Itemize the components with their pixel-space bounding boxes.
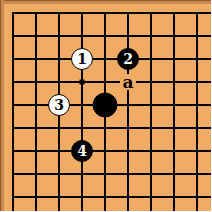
board-intersection bbox=[94, 71, 117, 94]
board-intersection bbox=[2, 140, 25, 163]
grid-line-vertical bbox=[12, 71, 14, 94]
board-intersection bbox=[48, 117, 71, 140]
grid-line-vertical bbox=[58, 140, 60, 163]
board-intersection bbox=[94, 140, 117, 163]
grid-line-vertical bbox=[127, 117, 129, 140]
black-stone-move-4: 4 bbox=[71, 140, 93, 162]
grid-line-horizontal bbox=[209, 81, 212, 83]
board-intersection bbox=[71, 186, 94, 209]
grid-line-vertical bbox=[12, 186, 14, 209]
board-intersection bbox=[94, 2, 117, 25]
board-intersection bbox=[140, 140, 163, 163]
grid-line-vertical bbox=[127, 25, 129, 48]
board-intersection bbox=[186, 71, 209, 94]
board-intersection bbox=[71, 94, 94, 117]
board-line-extension bbox=[25, 209, 48, 212]
grid-line-vertical bbox=[58, 12, 60, 25]
board-intersection bbox=[186, 163, 209, 186]
board-intersection bbox=[48, 2, 71, 25]
board-intersection bbox=[2, 94, 25, 117]
grid-line-vertical bbox=[35, 48, 37, 71]
board-line-extension bbox=[209, 25, 212, 48]
board-line-extension bbox=[209, 209, 212, 212]
grid-line-vertical bbox=[127, 12, 129, 25]
grid-line-vertical bbox=[81, 186, 83, 209]
board-intersection bbox=[186, 48, 209, 71]
grid-line-vertical bbox=[127, 163, 129, 186]
board-intersection bbox=[25, 186, 48, 209]
grid-line-vertical bbox=[12, 25, 14, 48]
grid-line-vertical bbox=[173, 48, 175, 71]
grid-line-vertical bbox=[150, 209, 152, 212]
grid-line-horizontal bbox=[209, 35, 212, 37]
grid-line-horizontal bbox=[209, 150, 212, 152]
board-line-extension bbox=[140, 209, 163, 212]
board-intersection bbox=[25, 117, 48, 140]
board-intersection bbox=[117, 25, 140, 48]
board-intersection bbox=[2, 25, 25, 48]
board-intersection bbox=[71, 163, 94, 186]
grid-line-vertical bbox=[150, 140, 152, 163]
grid-line-vertical bbox=[150, 163, 152, 186]
board-intersection bbox=[25, 2, 48, 25]
board-intersection bbox=[140, 25, 163, 48]
board-intersection bbox=[2, 71, 25, 94]
board-line-extension bbox=[209, 94, 212, 117]
board-intersection bbox=[186, 2, 209, 25]
grid-line-horizontal bbox=[209, 58, 212, 60]
board-intersection bbox=[25, 140, 48, 163]
grid-line-vertical bbox=[35, 140, 37, 163]
grid-line-vertical bbox=[12, 117, 14, 140]
board-intersection bbox=[48, 25, 71, 48]
board-intersection bbox=[140, 117, 163, 140]
board-intersection bbox=[163, 48, 186, 71]
grid-line-vertical bbox=[104, 140, 106, 163]
white-stone-move-3: 3 bbox=[48, 94, 70, 116]
grid-line-vertical bbox=[35, 94, 37, 117]
grid-line-vertical bbox=[35, 25, 37, 48]
stone-move-number: 1 bbox=[77, 52, 87, 66]
board-intersection bbox=[94, 186, 117, 209]
grid-line-horizontal bbox=[209, 173, 212, 175]
board-intersection bbox=[94, 48, 117, 71]
grid-line-horizontal bbox=[209, 196, 212, 198]
board-intersection bbox=[163, 71, 186, 94]
board-intersection bbox=[117, 117, 140, 140]
grid-line-vertical bbox=[81, 25, 83, 48]
board-line-extension bbox=[209, 140, 212, 163]
grid-line-vertical bbox=[58, 71, 60, 94]
grid-line-vertical bbox=[127, 140, 129, 163]
grid-line-vertical bbox=[81, 163, 83, 186]
grid-line-vertical bbox=[196, 48, 198, 71]
grid-line-vertical bbox=[150, 48, 152, 71]
grid-line-vertical bbox=[35, 186, 37, 209]
board-intersection bbox=[140, 163, 163, 186]
grid-line-vertical bbox=[196, 117, 198, 140]
board-intersection bbox=[48, 163, 71, 186]
grid-line-vertical bbox=[104, 25, 106, 48]
grid-line-vertical bbox=[196, 12, 198, 25]
grid-line-vertical bbox=[58, 163, 60, 186]
board-intersection bbox=[71, 117, 94, 140]
board-line-extension bbox=[186, 209, 209, 212]
grid-line-vertical bbox=[104, 117, 106, 140]
grid-line-vertical bbox=[173, 186, 175, 209]
black-stone-move-2: 2 bbox=[117, 48, 139, 70]
grid-line-vertical bbox=[58, 209, 60, 212]
black-stone-unmarked bbox=[93, 93, 118, 118]
grid-line-vertical bbox=[58, 48, 60, 71]
board-intersection bbox=[163, 2, 186, 25]
board-intersection bbox=[163, 163, 186, 186]
board-intersection bbox=[25, 71, 48, 94]
grid-line-vertical bbox=[12, 94, 14, 117]
board-intersection bbox=[140, 2, 163, 25]
board-intersection bbox=[186, 117, 209, 140]
grid-line-vertical bbox=[173, 117, 175, 140]
board-frame-top-band bbox=[0, 1, 211, 4]
board-line-extension bbox=[209, 186, 212, 209]
board-line-extension bbox=[209, 48, 212, 71]
board-intersection bbox=[117, 140, 140, 163]
stone-move-number: 3 bbox=[54, 98, 64, 112]
board-intersection bbox=[186, 94, 209, 117]
board-intersection bbox=[25, 25, 48, 48]
grid-line-vertical bbox=[81, 12, 83, 25]
grid-line-vertical bbox=[127, 209, 129, 212]
board-intersection bbox=[25, 48, 48, 71]
board-intersection bbox=[48, 48, 71, 71]
board-line-extension bbox=[2, 209, 25, 212]
board-intersection bbox=[2, 186, 25, 209]
board-line-extension bbox=[94, 209, 117, 212]
grid-line-vertical bbox=[35, 209, 37, 212]
grid-line-vertical bbox=[196, 94, 198, 117]
board-intersection bbox=[48, 186, 71, 209]
grid-line-vertical bbox=[12, 209, 14, 212]
grid-line-vertical bbox=[81, 117, 83, 140]
grid-line-vertical bbox=[104, 163, 106, 186]
grid-line-vertical bbox=[150, 117, 152, 140]
board-intersection bbox=[117, 163, 140, 186]
board-line-extension bbox=[48, 209, 71, 212]
grid-line-vertical bbox=[196, 71, 198, 94]
board-line-extension bbox=[163, 209, 186, 212]
grid-line-vertical bbox=[150, 186, 152, 209]
grid-line-vertical bbox=[58, 117, 60, 140]
grid-line-vertical bbox=[196, 209, 198, 212]
grid-line-vertical bbox=[150, 71, 152, 94]
board-intersection bbox=[25, 94, 48, 117]
board-line-extension bbox=[71, 209, 94, 212]
board-intersection bbox=[186, 140, 209, 163]
board-intersection bbox=[140, 186, 163, 209]
grid-line-vertical bbox=[35, 71, 37, 94]
board-intersection bbox=[163, 186, 186, 209]
board-intersection bbox=[163, 117, 186, 140]
grid-line-vertical bbox=[127, 186, 129, 209]
board-intersection bbox=[186, 186, 209, 209]
grid-line-horizontal bbox=[209, 127, 212, 129]
grid-line-vertical bbox=[12, 140, 14, 163]
board-intersection bbox=[163, 94, 186, 117]
grid-line-vertical bbox=[173, 140, 175, 163]
board-line-extension bbox=[209, 2, 212, 25]
grid-line-vertical bbox=[104, 186, 106, 209]
board-frame-left-band bbox=[1, 0, 4, 211]
board-intersection bbox=[25, 163, 48, 186]
grid-line-vertical bbox=[58, 25, 60, 48]
board-line-extension bbox=[117, 209, 140, 212]
board-line-extension bbox=[209, 71, 212, 94]
board-intersection bbox=[48, 140, 71, 163]
grid-line-vertical bbox=[81, 94, 83, 117]
grid-line-vertical bbox=[196, 25, 198, 48]
grid-line-vertical bbox=[12, 48, 14, 71]
grid-line-horizontal bbox=[209, 104, 212, 106]
board-intersection bbox=[117, 94, 140, 117]
grid-line-vertical bbox=[196, 186, 198, 209]
star-point-marker bbox=[80, 80, 85, 85]
grid-line-vertical bbox=[150, 25, 152, 48]
board-intersection bbox=[117, 2, 140, 25]
grid-line-horizontal bbox=[209, 12, 212, 14]
board-intersection bbox=[163, 140, 186, 163]
grid-line-vertical bbox=[12, 163, 14, 186]
grid-line-vertical bbox=[35, 12, 37, 25]
grid-line-vertical bbox=[104, 48, 106, 71]
grid-line-vertical bbox=[196, 140, 198, 163]
board-intersection bbox=[94, 117, 117, 140]
stone-move-number: 4 bbox=[77, 144, 87, 158]
board-line-extension bbox=[209, 163, 212, 186]
grid-line-vertical bbox=[35, 117, 37, 140]
grid-line-vertical bbox=[173, 12, 175, 25]
grid-line-vertical bbox=[104, 12, 106, 25]
go-diagram: a1234 bbox=[0, 0, 211, 211]
board-line-extension bbox=[209, 117, 212, 140]
board-intersection bbox=[2, 117, 25, 140]
grid-line-vertical bbox=[127, 94, 129, 117]
grid-line-vertical bbox=[104, 209, 106, 212]
grid-line-vertical bbox=[173, 94, 175, 117]
grid-line-vertical bbox=[173, 25, 175, 48]
grid-line-vertical bbox=[150, 94, 152, 117]
grid-line-vertical bbox=[35, 163, 37, 186]
board-intersection bbox=[117, 186, 140, 209]
board-intersection bbox=[2, 48, 25, 71]
grid-line-vertical bbox=[104, 71, 106, 94]
board-intersection bbox=[94, 25, 117, 48]
white-stone-move-1: 1 bbox=[71, 48, 93, 70]
grid-line-vertical bbox=[173, 71, 175, 94]
board-intersection bbox=[94, 163, 117, 186]
grid-line-vertical bbox=[196, 163, 198, 186]
grid-line-vertical bbox=[173, 209, 175, 212]
board-intersection bbox=[48, 71, 71, 94]
stone-move-number: 2 bbox=[123, 52, 133, 66]
board-intersection bbox=[163, 25, 186, 48]
grid-line-vertical bbox=[58, 186, 60, 209]
board-intersection bbox=[2, 2, 25, 25]
board-intersection bbox=[186, 25, 209, 48]
grid-line-vertical bbox=[12, 12, 14, 25]
board-intersection bbox=[71, 25, 94, 48]
grid-line-vertical bbox=[150, 12, 152, 25]
board-intersection bbox=[140, 71, 163, 94]
grid-line-vertical bbox=[173, 163, 175, 186]
point-label-a: a bbox=[120, 74, 136, 90]
grid-line-vertical bbox=[81, 209, 83, 212]
board-intersection bbox=[2, 163, 25, 186]
board-intersection bbox=[140, 94, 163, 117]
board-intersection bbox=[140, 48, 163, 71]
board-intersection bbox=[71, 2, 94, 25]
